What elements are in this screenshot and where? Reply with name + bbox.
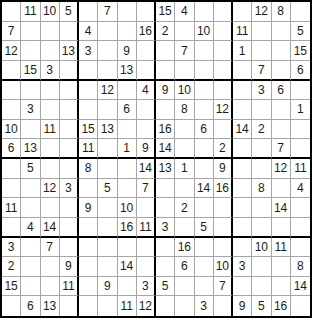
cell-r4c6-empty[interactable] xyxy=(98,61,117,81)
cell-r15c2-empty[interactable] xyxy=(21,277,40,297)
cell-r5c14-given: 3 xyxy=(252,81,271,101)
cell-r4c5-empty[interactable] xyxy=(79,61,98,81)
cell-r9c11-empty[interactable] xyxy=(195,159,214,179)
cell-r1c3-given: 10 xyxy=(41,2,60,22)
cell-r7c14-given: 2 xyxy=(252,120,271,140)
cell-r10c8-given: 7 xyxy=(137,179,156,199)
cell-r5c13-empty[interactable] xyxy=(233,81,252,101)
cell-r14c15-empty[interactable] xyxy=(272,257,291,277)
cell-r9c10-given: 1 xyxy=(175,159,194,179)
cell-r1c13-empty[interactable] xyxy=(233,2,252,22)
cell-r9c7-empty[interactable] xyxy=(118,159,137,179)
cell-r7c4-empty[interactable] xyxy=(60,120,79,140)
cell-r11c15-given: 14 xyxy=(272,198,291,218)
cell-r6c5-empty[interactable] xyxy=(79,100,98,120)
cell-r5c8-given: 4 xyxy=(137,81,156,101)
cell-r15c8-given: 3 xyxy=(137,277,156,297)
cell-r4c13-empty[interactable] xyxy=(233,61,252,81)
cell-r1c8-empty[interactable] xyxy=(137,2,156,22)
cell-r3c11-empty[interactable] xyxy=(195,41,214,61)
cell-r4c9-empty[interactable] xyxy=(156,61,175,81)
cell-r3c8-empty[interactable] xyxy=(137,41,156,61)
cell-r4c11-empty[interactable] xyxy=(195,61,214,81)
cell-r9c16-given: 11 xyxy=(291,159,310,179)
cell-r11c10-given: 2 xyxy=(175,198,194,218)
cell-r13c2-empty[interactable] xyxy=(21,238,40,258)
cell-r12c16-empty[interactable] xyxy=(291,218,310,238)
cell-r14c8-empty[interactable] xyxy=(137,257,156,277)
cell-r13c12-empty[interactable] xyxy=(214,238,233,258)
cell-r15c14-empty[interactable] xyxy=(252,277,271,297)
cell-r8c4-empty[interactable] xyxy=(60,139,79,159)
cell-r3c4-given: 13 xyxy=(60,41,79,61)
cell-r8c10-empty[interactable] xyxy=(175,139,194,159)
cell-r15c15-empty[interactable] xyxy=(272,277,291,297)
cell-r5c16-empty[interactable] xyxy=(291,81,310,101)
cell-r5c2-empty[interactable] xyxy=(21,81,40,101)
cell-r3c14-empty[interactable] xyxy=(252,41,271,61)
cell-r7c12-empty[interactable] xyxy=(214,120,233,140)
cell-r3c5-given: 3 xyxy=(79,41,98,61)
cell-r1c9-given: 15 xyxy=(156,2,175,22)
cell-r13c15-given: 11 xyxy=(272,238,291,258)
cell-r9c9-given: 13 xyxy=(156,159,175,179)
cell-r10c9-empty[interactable] xyxy=(156,179,175,199)
cell-r5c12-empty[interactable] xyxy=(214,81,233,101)
cell-r15c16-given: 14 xyxy=(291,277,310,297)
cell-r16c7-given: 11 xyxy=(118,296,137,316)
cell-r12c12-empty[interactable] xyxy=(214,218,233,238)
cell-r10c7-empty[interactable] xyxy=(118,179,137,199)
cell-r6c7-given: 6 xyxy=(118,100,137,120)
cell-r3c1-given: 12 xyxy=(2,41,21,61)
cell-r16c9-empty[interactable] xyxy=(156,296,175,316)
cell-r3c9-empty[interactable] xyxy=(156,41,175,61)
cell-r9c3-empty[interactable] xyxy=(41,159,60,179)
cell-r3c12-empty[interactable] xyxy=(214,41,233,61)
cell-r3c13-given: 1 xyxy=(233,41,252,61)
cell-r2c16-given: 5 xyxy=(291,22,310,42)
cell-r15c11-empty[interactable] xyxy=(195,277,214,297)
cell-r6c12-given: 12 xyxy=(214,100,233,120)
cell-r8c3-empty[interactable] xyxy=(41,139,60,159)
cell-r16c10-empty[interactable] xyxy=(175,296,194,316)
cell-r14c13-given: 3 xyxy=(233,257,252,277)
cell-r6c2-given: 3 xyxy=(21,100,40,120)
cell-r16c1-empty[interactable] xyxy=(2,296,21,316)
cell-r14c1-given: 2 xyxy=(2,257,21,277)
cell-r5c10-given: 10 xyxy=(175,81,194,101)
cell-r2c6-empty[interactable] xyxy=(98,22,117,42)
cell-r5c7-empty[interactable] xyxy=(118,81,137,101)
cell-r7c7-empty[interactable] xyxy=(118,120,137,140)
cell-r9c2-given: 5 xyxy=(21,159,40,179)
cell-r13c7-empty[interactable] xyxy=(118,238,137,258)
cell-r11c4-empty[interactable] xyxy=(60,198,79,218)
cell-r8c16-empty[interactable] xyxy=(291,139,310,159)
cell-r16c12-empty[interactable] xyxy=(214,296,233,316)
cell-r8c9-given: 14 xyxy=(156,139,175,159)
cell-r16c15-given: 16 xyxy=(272,296,291,316)
cell-r4c4-empty[interactable] xyxy=(60,61,79,81)
cell-r14c10-given: 6 xyxy=(175,257,194,277)
cell-r12c8-given: 11 xyxy=(137,218,156,238)
cell-r2c14-empty[interactable] xyxy=(252,22,271,42)
cell-r11c1-given: 11 xyxy=(2,198,21,218)
cell-r4c3-given: 3 xyxy=(41,61,60,81)
cell-r13c10-given: 16 xyxy=(175,238,194,258)
cell-r15c4-given: 11 xyxy=(60,277,79,297)
cell-r11c9-empty[interactable] xyxy=(156,198,175,218)
cell-r9c5-given: 8 xyxy=(79,159,98,179)
cell-r5c4-empty[interactable] xyxy=(60,81,79,101)
cell-r12c6-empty[interactable] xyxy=(98,218,117,238)
cell-r8c6-empty[interactable] xyxy=(98,139,117,159)
cell-r13c8-empty[interactable] xyxy=(137,238,156,258)
cell-r7c8-empty[interactable] xyxy=(137,120,156,140)
cell-r11c3-empty[interactable] xyxy=(41,198,60,218)
cell-r14c5-empty[interactable] xyxy=(79,257,98,277)
cell-r1c2-given: 11 xyxy=(21,2,40,22)
cell-r15c12-given: 7 xyxy=(214,277,233,297)
cell-r10c10-empty[interactable] xyxy=(175,179,194,199)
cell-r10c11-given: 14 xyxy=(195,179,214,199)
cell-r10c3-given: 12 xyxy=(41,179,60,199)
cell-r2c7-empty[interactable] xyxy=(118,22,137,42)
cell-r12c1-empty[interactable] xyxy=(2,218,21,238)
cell-r16c13-given: 9 xyxy=(233,296,252,316)
cell-r9c15-given: 12 xyxy=(272,159,291,179)
cell-r5c3-empty[interactable] xyxy=(41,81,60,101)
cell-r15c5-empty[interactable] xyxy=(79,277,98,297)
cell-r3c7-given: 9 xyxy=(118,41,137,61)
cell-r7c10-empty[interactable] xyxy=(175,120,194,140)
cell-r4c16-given: 6 xyxy=(291,61,310,81)
cell-r11c5-given: 9 xyxy=(79,198,98,218)
cell-r8c12-given: 2 xyxy=(214,139,233,159)
cell-r2c10-empty[interactable] xyxy=(175,22,194,42)
cell-r12c3-given: 14 xyxy=(41,218,60,238)
cell-r14c3-empty[interactable] xyxy=(41,257,60,277)
cell-r10c16-given: 4 xyxy=(291,179,310,199)
cell-r8c2-given: 13 xyxy=(21,139,40,159)
cell-r1c4-given: 5 xyxy=(60,2,79,22)
cell-r13c9-empty[interactable] xyxy=(156,238,175,258)
cell-r6c6-empty[interactable] xyxy=(98,100,117,120)
cell-r9c4-empty[interactable] xyxy=(60,159,79,179)
cell-r2c15-empty[interactable] xyxy=(272,22,291,42)
cell-r3c16-given: 15 xyxy=(291,41,310,61)
cell-r16c8-given: 12 xyxy=(137,296,156,316)
cell-r8c5-given: 11 xyxy=(79,139,98,159)
cell-r3c6-empty[interactable] xyxy=(98,41,117,61)
cell-r10c2-empty[interactable] xyxy=(21,179,40,199)
cell-r8c13-empty[interactable] xyxy=(233,139,252,159)
cell-r7c9-given: 16 xyxy=(156,120,175,140)
cell-r2c5-given: 4 xyxy=(79,22,98,42)
cell-r1c5-empty[interactable] xyxy=(79,2,98,22)
cell-r9c6-empty[interactable] xyxy=(98,159,117,179)
cell-r6c13-empty[interactable] xyxy=(233,100,252,120)
cell-r16c14-given: 5 xyxy=(252,296,271,316)
cell-r12c15-empty[interactable] xyxy=(272,218,291,238)
cell-r2c4-empty[interactable] xyxy=(60,22,79,42)
cell-r13c3-given: 7 xyxy=(41,238,60,258)
cell-r1c15-given: 8 xyxy=(272,2,291,22)
cell-r11c13-empty[interactable] xyxy=(233,198,252,218)
cell-r10c15-empty[interactable] xyxy=(272,179,291,199)
cell-r7c16-empty[interactable] xyxy=(291,120,310,140)
cell-r8c8-given: 9 xyxy=(137,139,156,159)
cell-r2c8-given: 16 xyxy=(137,22,156,42)
cell-r1c1-empty[interactable] xyxy=(2,2,21,22)
cell-r6c16-given: 1 xyxy=(291,100,310,120)
cell-r13c4-empty[interactable] xyxy=(60,238,79,258)
cell-r7c5-given: 15 xyxy=(79,120,98,140)
cell-r7c3-given: 11 xyxy=(41,120,60,140)
cell-r7c6-given: 13 xyxy=(98,120,117,140)
cell-r15c9-given: 5 xyxy=(156,277,175,297)
cell-r1c10-given: 4 xyxy=(175,2,194,22)
cell-r15c7-empty[interactable] xyxy=(118,277,137,297)
cell-r10c12-given: 16 xyxy=(214,179,233,199)
cell-r10c14-given: 8 xyxy=(252,179,271,199)
cell-r14c2-empty[interactable] xyxy=(21,257,40,277)
puzzle-page: 1110571541287416210115121339711515313761… xyxy=(0,0,312,320)
cell-r4c12-empty[interactable] xyxy=(214,61,233,81)
cell-r1c11-empty[interactable] xyxy=(195,2,214,22)
cell-r3c3-empty[interactable] xyxy=(41,41,60,61)
cell-r12c4-empty[interactable] xyxy=(60,218,79,238)
cell-r11c7-given: 10 xyxy=(118,198,137,218)
cell-r12c10-empty[interactable] xyxy=(175,218,194,238)
cell-r4c8-empty[interactable] xyxy=(137,61,156,81)
cell-r5c5-empty[interactable] xyxy=(79,81,98,101)
cell-r12c5-empty[interactable] xyxy=(79,218,98,238)
cell-r14c4-given: 9 xyxy=(60,257,79,277)
cell-r14c14-empty[interactable] xyxy=(252,257,271,277)
cell-r15c1-given: 15 xyxy=(2,277,21,297)
cell-r8c15-given: 7 xyxy=(272,139,291,159)
cell-r11c12-empty[interactable] xyxy=(214,198,233,218)
cell-r11c16-empty[interactable] xyxy=(291,198,310,218)
cell-r13c13-empty[interactable] xyxy=(233,238,252,258)
cell-r15c13-empty[interactable] xyxy=(233,277,252,297)
cell-r2c11-given: 10 xyxy=(195,22,214,42)
cell-r4c10-empty[interactable] xyxy=(175,61,194,81)
cell-r13c6-empty[interactable] xyxy=(98,238,117,258)
cell-r12c14-empty[interactable] xyxy=(252,218,271,238)
cell-r12c11-given: 5 xyxy=(195,218,214,238)
cell-r4c2-given: 15 xyxy=(21,61,40,81)
cell-r7c2-empty[interactable] xyxy=(21,120,40,140)
cell-r13c16-empty[interactable] xyxy=(291,238,310,258)
cell-r10c13-empty[interactable] xyxy=(233,179,252,199)
cell-r15c10-empty[interactable] xyxy=(175,277,194,297)
cell-r6c4-empty[interactable] xyxy=(60,100,79,120)
cell-r16c4-empty[interactable] xyxy=(60,296,79,316)
cell-r12c9-given: 3 xyxy=(156,218,175,238)
cell-r9c13-empty[interactable] xyxy=(233,159,252,179)
cell-r16c11-given: 3 xyxy=(195,296,214,316)
cell-r10c6-given: 5 xyxy=(98,179,117,199)
cell-r15c6-given: 9 xyxy=(98,277,117,297)
cell-r1c7-empty[interactable] xyxy=(118,2,137,22)
cell-r7c11-given: 6 xyxy=(195,120,214,140)
cell-r16c16-empty[interactable] xyxy=(291,296,310,316)
cell-r8c1-given: 6 xyxy=(2,139,21,159)
cell-r16c6-empty[interactable] xyxy=(98,296,117,316)
cell-r13c11-empty[interactable] xyxy=(195,238,214,258)
cell-r14c6-empty[interactable] xyxy=(98,257,117,277)
cell-r11c8-empty[interactable] xyxy=(137,198,156,218)
cell-r9c14-empty[interactable] xyxy=(252,159,271,179)
cell-r1c16-empty[interactable] xyxy=(291,2,310,22)
cell-r1c14-given: 12 xyxy=(252,2,271,22)
cell-r8c14-empty[interactable] xyxy=(252,139,271,159)
cell-r13c1-given: 3 xyxy=(2,238,21,258)
cell-r9c12-given: 9 xyxy=(214,159,233,179)
cell-r14c7-given: 14 xyxy=(118,257,137,277)
cell-r12c2-given: 4 xyxy=(21,218,40,238)
cell-r11c11-empty[interactable] xyxy=(195,198,214,218)
cell-r16c3-given: 13 xyxy=(41,296,60,316)
cell-r2c9-given: 2 xyxy=(156,22,175,42)
cell-r6c9-empty[interactable] xyxy=(156,100,175,120)
cell-r2c13-given: 11 xyxy=(233,22,252,42)
cell-r14c12-given: 10 xyxy=(214,257,233,277)
cell-r1c6-given: 7 xyxy=(98,2,117,22)
cell-r2c1-given: 7 xyxy=(2,22,21,42)
cell-r9c1-empty[interactable] xyxy=(2,159,21,179)
cell-r10c4-given: 3 xyxy=(60,179,79,199)
cell-r6c11-empty[interactable] xyxy=(195,100,214,120)
cell-r3c10-given: 7 xyxy=(175,41,194,61)
cell-r15c3-empty[interactable] xyxy=(41,277,60,297)
cell-r3c2-empty[interactable] xyxy=(21,41,40,61)
cell-r5c11-empty[interactable] xyxy=(195,81,214,101)
cell-r4c7-given: 13 xyxy=(118,61,137,81)
cell-r6c15-empty[interactable] xyxy=(272,100,291,120)
cell-r2c12-empty[interactable] xyxy=(214,22,233,42)
cell-r1c12-empty[interactable] xyxy=(214,2,233,22)
cell-r5c1-empty[interactable] xyxy=(2,81,21,101)
cell-r6c14-empty[interactable] xyxy=(252,100,271,120)
cell-r14c11-empty[interactable] xyxy=(195,257,214,277)
cell-r4c14-given: 7 xyxy=(252,61,271,81)
cell-r2c3-empty[interactable] xyxy=(41,22,60,42)
cell-r12c7-given: 16 xyxy=(118,218,137,238)
cell-r8c11-empty[interactable] xyxy=(195,139,214,159)
cell-r10c1-empty[interactable] xyxy=(2,179,21,199)
cell-r6c1-empty[interactable] xyxy=(2,100,21,120)
cell-r4c15-empty[interactable] xyxy=(272,61,291,81)
cell-r5c15-given: 6 xyxy=(272,81,291,101)
cell-r7c15-empty[interactable] xyxy=(272,120,291,140)
cell-r5c6-given: 12 xyxy=(98,81,117,101)
cell-r10c5-empty[interactable] xyxy=(79,179,98,199)
cell-r13c5-empty[interactable] xyxy=(79,238,98,258)
cell-r6c10-given: 8 xyxy=(175,100,194,120)
cell-r3c15-empty[interactable] xyxy=(272,41,291,61)
cell-r11c6-empty[interactable] xyxy=(98,198,117,218)
cell-r6c3-empty[interactable] xyxy=(41,100,60,120)
cell-r4c1-empty[interactable] xyxy=(2,61,21,81)
sudoku-board: 1110571541287416210115121339711515313761… xyxy=(0,0,312,318)
cell-r5c9-given: 9 xyxy=(156,81,175,101)
cell-r13c14-given: 10 xyxy=(252,238,271,258)
cell-r16c2-given: 6 xyxy=(21,296,40,316)
cell-r16c5-empty[interactable] xyxy=(79,296,98,316)
cell-r12c13-empty[interactable] xyxy=(233,218,252,238)
cell-r9c8-given: 14 xyxy=(137,159,156,179)
cell-r7c13-given: 14 xyxy=(233,120,252,140)
cell-r6c8-empty[interactable] xyxy=(137,100,156,120)
cell-r14c9-empty[interactable] xyxy=(156,257,175,277)
cell-r11c14-empty[interactable] xyxy=(252,198,271,218)
cell-r8c7-given: 1 xyxy=(118,139,137,159)
cell-r14c16-given: 8 xyxy=(291,257,310,277)
cell-r11c2-empty[interactable] xyxy=(21,198,40,218)
cell-r7c1-given: 10 xyxy=(2,120,21,140)
cell-r2c2-empty[interactable] xyxy=(21,22,40,42)
